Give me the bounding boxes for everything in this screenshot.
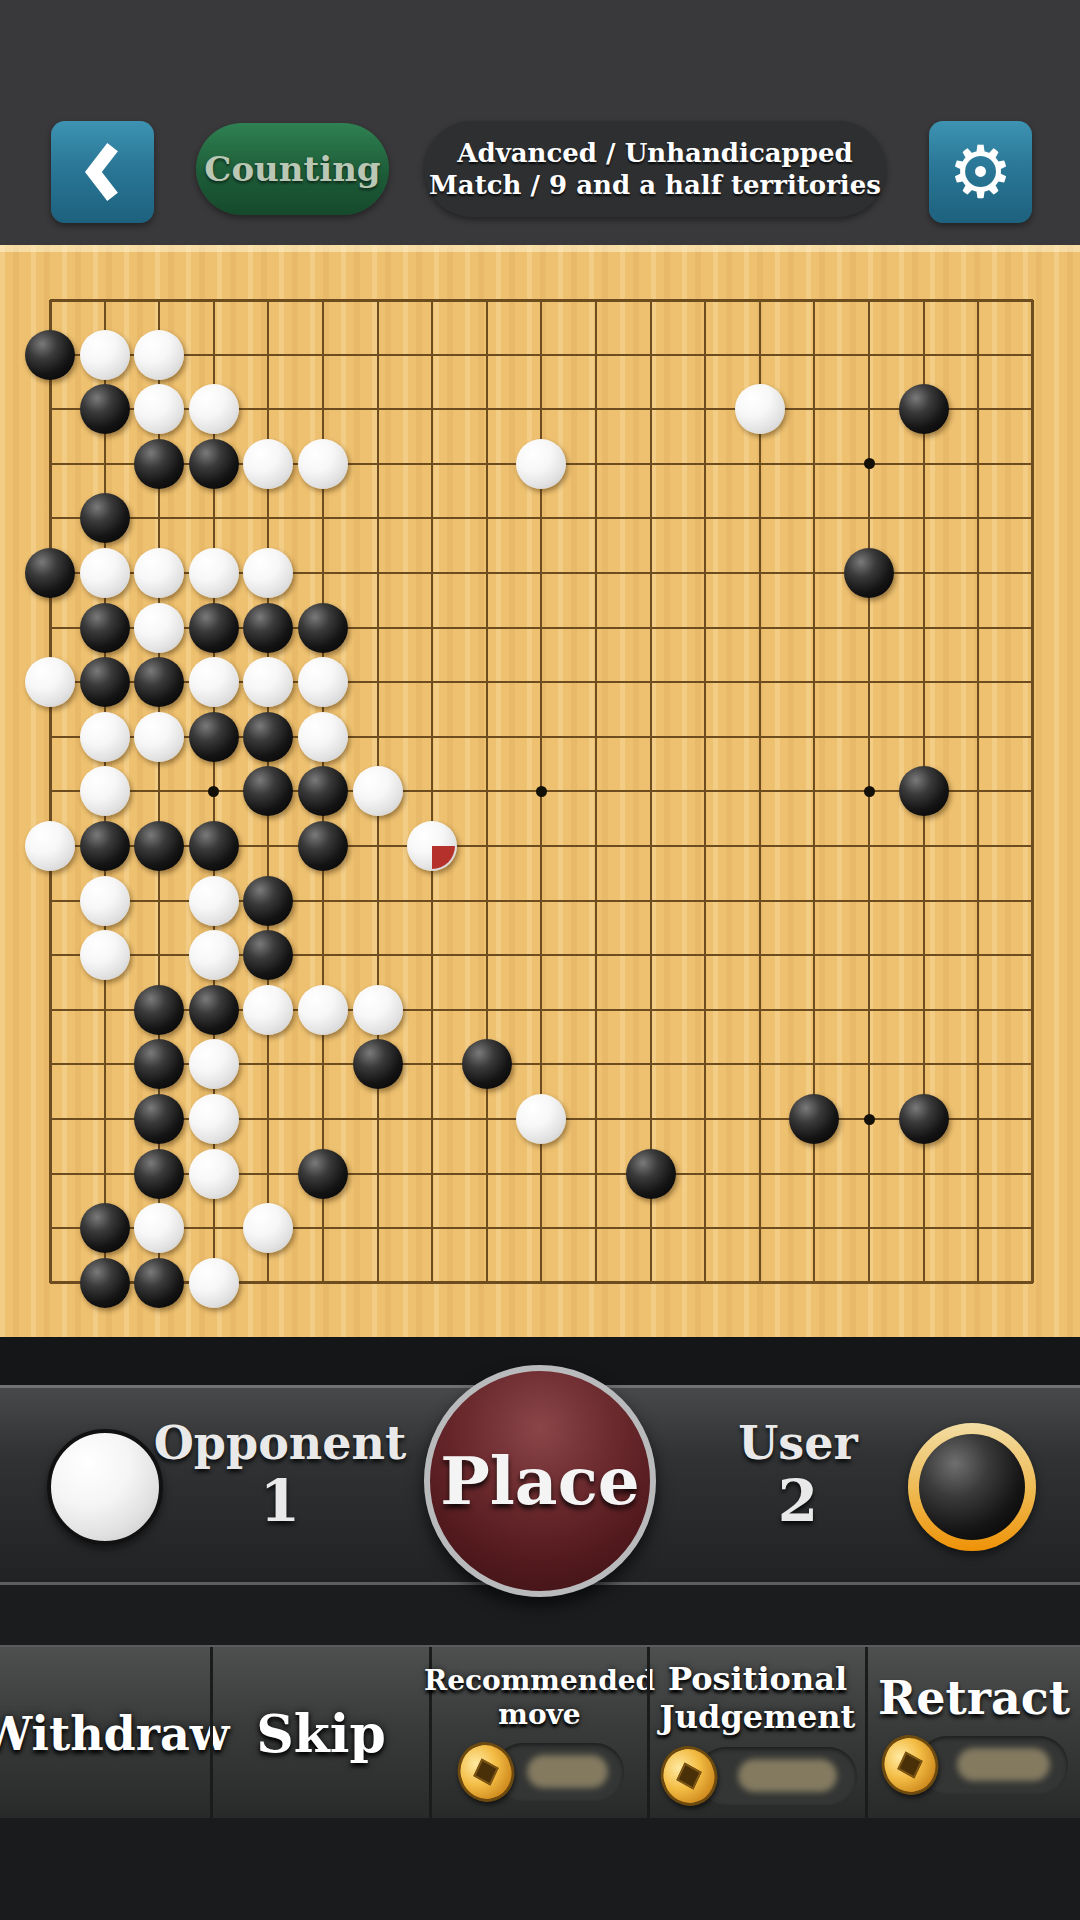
black-stone [80, 493, 130, 543]
recommended-move-button[interactable]: Recommended move [429, 1647, 647, 1820]
black-stone [298, 821, 348, 871]
grid-line-vertical [650, 300, 652, 1283]
top-bar: Counting Advanced / Unhandicapped Match … [0, 0, 1080, 245]
positional-judgement-button[interactable]: Positional Judgement [647, 1647, 865, 1820]
white-stone [298, 657, 348, 707]
white-stone [80, 548, 130, 598]
star-point [864, 786, 875, 797]
go-board[interactable] [0, 245, 1080, 1337]
white-stone [134, 1203, 184, 1253]
star-point [536, 786, 547, 797]
recommended-move-label-line1: Recommended [424, 1664, 655, 1698]
back-chevron-icon [80, 141, 126, 203]
black-stone [134, 985, 184, 1035]
white-stone [298, 439, 348, 489]
white-stone [25, 821, 75, 871]
counting-label: Counting [204, 149, 380, 189]
black-stone [298, 603, 348, 653]
grid-line-horizontal [50, 1227, 1033, 1229]
black-stone [243, 930, 293, 980]
cost-pill [918, 1736, 1068, 1794]
white-stone [189, 1258, 239, 1308]
coin-hole [473, 1758, 498, 1785]
gear-icon: ⚙ [948, 136, 1013, 208]
recommended-move-cost [456, 1740, 624, 1804]
retract-cost [880, 1733, 1068, 1797]
black-stone [134, 1039, 184, 1089]
black-stone [189, 985, 239, 1035]
star-point [864, 1114, 875, 1125]
match-info-pill: Advanced / Unhandicapped Match / 9 and a… [424, 121, 886, 217]
white-stone [134, 712, 184, 762]
white-stone [189, 657, 239, 707]
black-stone [899, 766, 949, 816]
white-stone [243, 657, 293, 707]
white-stone [243, 985, 293, 1035]
black-stone [189, 821, 239, 871]
opponent-capture-count: 1 [260, 1470, 300, 1532]
retract-button[interactable]: Retract [865, 1647, 1080, 1820]
black-stone [25, 330, 75, 380]
settings-button[interactable]: ⚙ [929, 121, 1032, 223]
user-black-stone-icon [919, 1434, 1025, 1540]
black-stone [298, 766, 348, 816]
white-stone [25, 657, 75, 707]
white-stone [243, 439, 293, 489]
black-stone [80, 657, 130, 707]
black-stone [134, 657, 184, 707]
withdraw-button[interactable]: Withdraw [0, 1647, 210, 1820]
match-info-line2: Match / 9 and a half territories [429, 169, 881, 201]
action-bar: Withdraw Skip Recommended move Positiona… [0, 1645, 1080, 1818]
recommended-move-label-line2: move [498, 1698, 580, 1732]
black-stone [189, 712, 239, 762]
grid-line-vertical [595, 300, 597, 1283]
white-stone [516, 1094, 566, 1144]
bottom-spacer [0, 1818, 1080, 1920]
white-stone [189, 548, 239, 598]
white-stone [298, 712, 348, 762]
black-stone [80, 821, 130, 871]
black-stone [243, 603, 293, 653]
black-stone [80, 603, 130, 653]
black-stone [134, 1149, 184, 1199]
skip-button[interactable]: Skip [210, 1647, 429, 1820]
positional-judgement-label-line2: Judgement [660, 1698, 856, 1736]
match-info-line1: Advanced / Unhandicapped [457, 137, 852, 169]
white-stone [243, 548, 293, 598]
place-button-label: Place [440, 1442, 640, 1520]
coin-hole [676, 1762, 701, 1789]
counting-button[interactable]: Counting [196, 123, 389, 215]
white-stone [516, 439, 566, 489]
white-stone [189, 1039, 239, 1089]
white-stone [134, 330, 184, 380]
white-stone [134, 548, 184, 598]
white-stone [189, 384, 239, 434]
white-stone [735, 384, 785, 434]
white-stone [189, 1149, 239, 1199]
black-stone [134, 439, 184, 489]
white-stone [407, 821, 457, 871]
last-move-marker [432, 846, 455, 869]
black-stone [243, 766, 293, 816]
black-stone [189, 603, 239, 653]
black-stone [134, 1094, 184, 1144]
retract-label: Retract [878, 1671, 1070, 1725]
white-stone [353, 766, 403, 816]
withdraw-label: Withdraw [0, 1707, 229, 1761]
white-stone [298, 985, 348, 1035]
back-button[interactable] [51, 121, 154, 223]
opponent-info: Opponent 1 [170, 1416, 390, 1532]
black-stone [134, 1258, 184, 1308]
black-stone [80, 1203, 130, 1253]
white-stone [134, 384, 184, 434]
white-stone [80, 930, 130, 980]
black-stone [844, 548, 894, 598]
cost-pill [697, 1747, 857, 1805]
white-stone [80, 330, 130, 380]
black-stone [789, 1094, 839, 1144]
positional-judgement-label-line1: Positional [668, 1660, 847, 1698]
black-stone [80, 384, 130, 434]
black-stone [80, 1258, 130, 1308]
white-stone [134, 603, 184, 653]
positional-judgement-cost [659, 1744, 857, 1808]
white-stone [189, 930, 239, 980]
opponent-label: Opponent [154, 1416, 406, 1470]
black-stone [899, 1094, 949, 1144]
go-game-screen: Counting Advanced / Unhandicapped Match … [0, 0, 1080, 1920]
coin-hole [897, 1751, 922, 1778]
black-stone [134, 821, 184, 871]
user-label: User [738, 1416, 858, 1470]
user-capture-count: 2 [778, 1470, 818, 1532]
white-stone [189, 876, 239, 926]
user-turn-indicator-ring [908, 1423, 1036, 1551]
black-stone [243, 712, 293, 762]
black-stone [462, 1039, 512, 1089]
grid-line-vertical [704, 300, 706, 1283]
white-stone [243, 1203, 293, 1253]
white-stone [353, 985, 403, 1035]
black-stone [298, 1149, 348, 1199]
white-stone [189, 1094, 239, 1144]
black-stone [899, 384, 949, 434]
white-stone [80, 766, 130, 816]
grid-line-vertical [1031, 300, 1034, 1283]
black-stone [189, 439, 239, 489]
star-point [864, 458, 875, 469]
white-stone [80, 712, 130, 762]
black-stone [626, 1149, 676, 1199]
black-stone [353, 1039, 403, 1089]
opponent-white-stone-icon [47, 1429, 163, 1545]
place-button[interactable]: Place [424, 1365, 656, 1597]
black-stone [25, 548, 75, 598]
user-info: User 2 [698, 1416, 898, 1532]
white-stone [80, 876, 130, 926]
star-point [208, 786, 219, 797]
grid-line-vertical [759, 300, 761, 1283]
black-stone [243, 876, 293, 926]
skip-label: Skip [256, 1703, 386, 1764]
grid-line-vertical [977, 300, 979, 1283]
